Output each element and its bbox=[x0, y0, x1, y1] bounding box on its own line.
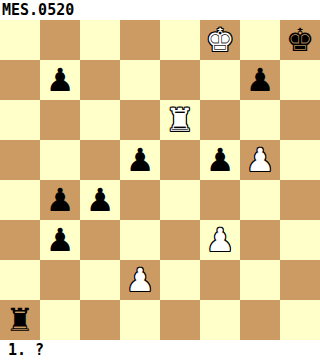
black-pawn: ♟ bbox=[246, 60, 275, 100]
square-g8[interactable] bbox=[240, 20, 280, 60]
square-g7[interactable]: ♟ bbox=[240, 60, 280, 100]
square-f2[interactable] bbox=[200, 260, 240, 300]
square-h1[interactable] bbox=[280, 300, 320, 340]
square-h3[interactable] bbox=[280, 220, 320, 260]
square-b6[interactable] bbox=[40, 100, 80, 140]
square-d5[interactable]: ♟ bbox=[120, 140, 160, 180]
square-c4[interactable]: ♟ bbox=[80, 180, 120, 220]
square-f5[interactable]: ♟ bbox=[200, 140, 240, 180]
white-pawn: ♟ bbox=[246, 140, 275, 180]
square-a1[interactable]: ♜ bbox=[0, 300, 40, 340]
square-d3[interactable] bbox=[120, 220, 160, 260]
square-e7[interactable] bbox=[160, 60, 200, 100]
white-rook: ♜ bbox=[166, 100, 195, 140]
square-e3[interactable] bbox=[160, 220, 200, 260]
square-f1[interactable] bbox=[200, 300, 240, 340]
square-b2[interactable] bbox=[40, 260, 80, 300]
black-king: ♚ bbox=[286, 20, 315, 60]
square-e5[interactable] bbox=[160, 140, 200, 180]
square-e6[interactable]: ♜ bbox=[160, 100, 200, 140]
black-pawn: ♟ bbox=[86, 180, 115, 220]
square-c6[interactable] bbox=[80, 100, 120, 140]
white-pawn: ♟ bbox=[206, 220, 235, 260]
square-g5[interactable]: ♟ bbox=[240, 140, 280, 180]
square-d1[interactable] bbox=[120, 300, 160, 340]
square-d7[interactable] bbox=[120, 60, 160, 100]
white-king: ♚ bbox=[206, 20, 235, 60]
square-c5[interactable] bbox=[80, 140, 120, 180]
square-d6[interactable] bbox=[120, 100, 160, 140]
square-h8[interactable]: ♚ bbox=[280, 20, 320, 60]
square-e2[interactable] bbox=[160, 260, 200, 300]
square-f8[interactable]: ♚ bbox=[200, 20, 240, 60]
square-a6[interactable] bbox=[0, 100, 40, 140]
square-c3[interactable] bbox=[80, 220, 120, 260]
square-a5[interactable] bbox=[0, 140, 40, 180]
page-title: MES.0520 bbox=[0, 0, 320, 20]
square-e8[interactable] bbox=[160, 20, 200, 60]
square-a3[interactable] bbox=[0, 220, 40, 260]
square-g3[interactable] bbox=[240, 220, 280, 260]
chess-board: ♚♚♟♟♜♟♟♟♟♟♟♟♟♜ bbox=[0, 20, 320, 340]
square-a7[interactable] bbox=[0, 60, 40, 100]
square-b8[interactable] bbox=[40, 20, 80, 60]
square-g2[interactable] bbox=[240, 260, 280, 300]
square-c1[interactable] bbox=[80, 300, 120, 340]
black-pawn: ♟ bbox=[46, 180, 75, 220]
square-b7[interactable]: ♟ bbox=[40, 60, 80, 100]
move-prompt: 1. ? bbox=[0, 340, 320, 360]
square-f6[interactable] bbox=[200, 100, 240, 140]
square-b5[interactable] bbox=[40, 140, 80, 180]
square-d4[interactable] bbox=[120, 180, 160, 220]
square-d8[interactable] bbox=[120, 20, 160, 60]
square-f3[interactable]: ♟ bbox=[200, 220, 240, 260]
square-a8[interactable] bbox=[0, 20, 40, 60]
square-h6[interactable] bbox=[280, 100, 320, 140]
square-g1[interactable] bbox=[240, 300, 280, 340]
square-b4[interactable]: ♟ bbox=[40, 180, 80, 220]
square-h7[interactable] bbox=[280, 60, 320, 100]
square-h4[interactable] bbox=[280, 180, 320, 220]
white-pawn: ♟ bbox=[126, 260, 155, 300]
square-e1[interactable] bbox=[160, 300, 200, 340]
black-pawn: ♟ bbox=[126, 140, 155, 180]
square-b1[interactable] bbox=[40, 300, 80, 340]
square-c7[interactable] bbox=[80, 60, 120, 100]
square-g6[interactable] bbox=[240, 100, 280, 140]
square-f7[interactable] bbox=[200, 60, 240, 100]
square-e4[interactable] bbox=[160, 180, 200, 220]
square-h5[interactable] bbox=[280, 140, 320, 180]
black-pawn: ♟ bbox=[46, 60, 75, 100]
square-a2[interactable] bbox=[0, 260, 40, 300]
square-c2[interactable] bbox=[80, 260, 120, 300]
square-f4[interactable] bbox=[200, 180, 240, 220]
square-h2[interactable] bbox=[280, 260, 320, 300]
black-pawn: ♟ bbox=[46, 220, 75, 260]
square-a4[interactable] bbox=[0, 180, 40, 220]
square-d2[interactable]: ♟ bbox=[120, 260, 160, 300]
square-c8[interactable] bbox=[80, 20, 120, 60]
square-g4[interactable] bbox=[240, 180, 280, 220]
black-rook: ♜ bbox=[6, 300, 35, 340]
square-b3[interactable]: ♟ bbox=[40, 220, 80, 260]
black-pawn: ♟ bbox=[206, 140, 235, 180]
